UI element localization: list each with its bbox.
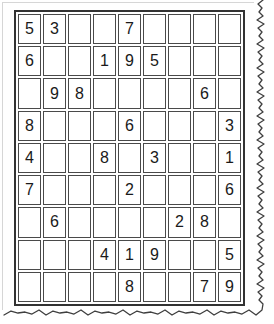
- cell-r7c3[interactable]: [68, 207, 91, 237]
- cell-r6c8[interactable]: [193, 175, 216, 205]
- cell-r4c8[interactable]: [193, 111, 216, 141]
- cell-r7c5[interactable]: [118, 207, 141, 237]
- cell-r7c9[interactable]: [218, 207, 241, 237]
- cell-r2c7[interactable]: [168, 46, 191, 76]
- cell-r8c2[interactable]: [43, 240, 66, 270]
- sudoku-screenshot: 537619598686348317266284195879: [0, 0, 274, 324]
- sudoku-board: 537619598686348317266284195879: [14, 10, 245, 306]
- cell-r1c8[interactable]: [193, 14, 216, 44]
- cell-r8c7[interactable]: [168, 240, 191, 270]
- cell-r9c7[interactable]: [168, 272, 191, 302]
- frame-top-line: [2, 2, 254, 3]
- cell-r5c4[interactable]: 8: [93, 143, 116, 173]
- cell-r3c8[interactable]: 6: [193, 78, 216, 108]
- cell-r5c3[interactable]: [68, 143, 91, 173]
- cell-r3c6[interactable]: [143, 78, 166, 108]
- cell-r4c4[interactable]: [93, 111, 116, 141]
- cell-r7c6[interactable]: [143, 207, 166, 237]
- cell-r7c4[interactable]: [93, 207, 116, 237]
- cell-r4c1[interactable]: 8: [18, 111, 41, 141]
- frame-left-line: [2, 2, 3, 310]
- cell-r6c6[interactable]: [143, 175, 166, 205]
- cell-r1c9[interactable]: [218, 14, 241, 44]
- cell-r8c5[interactable]: 1: [118, 240, 141, 270]
- cell-r9c4[interactable]: [93, 272, 116, 302]
- cell-r2c1[interactable]: 6: [18, 46, 41, 76]
- cell-r2c2[interactable]: [43, 46, 66, 76]
- cell-r1c1[interactable]: 5: [18, 14, 41, 44]
- cell-r4c6[interactable]: [143, 111, 166, 141]
- cell-r9c2[interactable]: [43, 272, 66, 302]
- cell-r6c1[interactable]: 7: [18, 175, 41, 205]
- cell-r2c3[interactable]: [68, 46, 91, 76]
- cell-r8c4[interactable]: 4: [93, 240, 116, 270]
- cell-r2c6[interactable]: 5: [143, 46, 166, 76]
- cell-r1c3[interactable]: [68, 14, 91, 44]
- cell-r7c1[interactable]: [18, 207, 41, 237]
- cell-r8c8[interactable]: [193, 240, 216, 270]
- cell-r5c8[interactable]: [193, 143, 216, 173]
- cell-r3c4[interactable]: [93, 78, 116, 108]
- cell-r5c2[interactable]: [43, 143, 66, 173]
- cell-r3c2[interactable]: 9: [43, 78, 66, 108]
- cell-r8c3[interactable]: [68, 240, 91, 270]
- cell-r5c9[interactable]: 1: [218, 143, 241, 173]
- cell-r1c7[interactable]: [168, 14, 191, 44]
- cell-r7c7[interactable]: 2: [168, 207, 191, 237]
- cell-r3c3[interactable]: 8: [68, 78, 91, 108]
- cell-r2c5[interactable]: 9: [118, 46, 141, 76]
- cell-r9c1[interactable]: [18, 272, 41, 302]
- cell-r9c9[interactable]: 9: [218, 272, 241, 302]
- cell-r9c3[interactable]: [68, 272, 91, 302]
- cell-r3c1[interactable]: [18, 78, 41, 108]
- cell-r3c5[interactable]: [118, 78, 141, 108]
- cell-r4c2[interactable]: [43, 111, 66, 141]
- cell-r4c5[interactable]: 6: [118, 111, 141, 141]
- cell-r9c5[interactable]: 8: [118, 272, 141, 302]
- cell-r3c9[interactable]: [218, 78, 241, 108]
- cell-r6c2[interactable]: [43, 175, 66, 205]
- cell-r8c6[interactable]: 9: [143, 240, 166, 270]
- cell-r7c8[interactable]: 8: [193, 207, 216, 237]
- cell-r5c6[interactable]: 3: [143, 143, 166, 173]
- cell-r3c7[interactable]: [168, 78, 191, 108]
- cell-r1c6[interactable]: [143, 14, 166, 44]
- cell-r4c3[interactable]: [68, 111, 91, 141]
- cell-r6c3[interactable]: [68, 175, 91, 205]
- cell-r2c8[interactable]: [193, 46, 216, 76]
- cell-r8c9[interactable]: 5: [218, 240, 241, 270]
- cell-r5c5[interactable]: [118, 143, 141, 173]
- cell-r6c7[interactable]: [168, 175, 191, 205]
- cell-r5c1[interactable]: 4: [18, 143, 41, 173]
- cell-r9c8[interactable]: 7: [193, 272, 216, 302]
- cell-r6c9[interactable]: 6: [218, 175, 241, 205]
- cell-r2c4[interactable]: 1: [93, 46, 116, 76]
- cell-r8c1[interactable]: [18, 240, 41, 270]
- cell-r6c4[interactable]: [93, 175, 116, 205]
- cell-r2c9[interactable]: [218, 46, 241, 76]
- cell-r5c7[interactable]: [168, 143, 191, 173]
- cell-r4c7[interactable]: [168, 111, 191, 141]
- cell-r1c5[interactable]: 7: [118, 14, 141, 44]
- cell-r9c6[interactable]: [143, 272, 166, 302]
- cell-r7c2[interactable]: 6: [43, 207, 66, 237]
- cell-r1c4[interactable]: [93, 14, 116, 44]
- cell-r6c5[interactable]: 2: [118, 175, 141, 205]
- cell-r1c2[interactable]: 3: [43, 14, 66, 44]
- cell-r4c9[interactable]: 3: [218, 111, 241, 141]
